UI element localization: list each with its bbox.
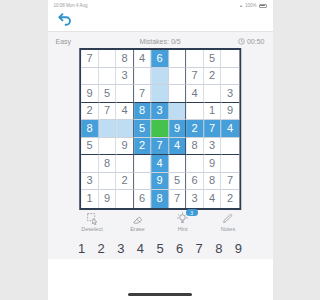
cell-r2c4[interactable]: [134, 68, 152, 86]
cell-r9c2[interactable]: 9: [99, 190, 117, 208]
cell-r7c8[interactable]: 9: [204, 155, 222, 173]
hint-label: Hint: [178, 226, 188, 232]
cell-r5c3[interactable]: [116, 120, 134, 138]
cell-r2c3[interactable]: 3: [116, 68, 134, 86]
cell-r1c7[interactable]: [186, 50, 204, 68]
numpad-1[interactable]: 1: [78, 241, 85, 256]
number-pad: 123456789: [78, 241, 242, 256]
cell-r3c1[interactable]: 9: [81, 85, 99, 103]
mistakes-counter: Mistakes: 0/5: [108, 38, 213, 45]
hint-button[interactable]: 3 Hint: [162, 212, 204, 232]
numpad-2[interactable]: 2: [98, 241, 105, 256]
toolbar: Deselect Erase 3 Hint Notes: [71, 212, 249, 232]
cell-r5c1[interactable]: 8: [81, 120, 99, 138]
cell-r3c9[interactable]: 3: [221, 85, 239, 103]
cell-r3c8[interactable]: [204, 85, 222, 103]
cell-r6c1[interactable]: 5: [81, 138, 99, 156]
numpad-4[interactable]: 4: [137, 241, 144, 256]
cell-r3c2[interactable]: 5: [99, 85, 117, 103]
battery-percent: 100%: [245, 3, 257, 8]
erase-button[interactable]: Erase: [116, 212, 158, 232]
cell-r8c4[interactable]: [134, 173, 152, 191]
cell-r5c8[interactable]: 7: [204, 120, 222, 138]
wifi-icon: ▲: [239, 3, 243, 8]
status-clock: 10:08 Mon 4 Aug: [54, 3, 88, 8]
cell-r3c6[interactable]: [169, 85, 187, 103]
deselect-button[interactable]: Deselect: [71, 212, 113, 232]
cell-r5c9[interactable]: 4: [221, 120, 239, 138]
cell-r7c6[interactable]: [169, 155, 187, 173]
cell-r9c1[interactable]: 1: [81, 190, 99, 208]
cell-r6c7[interactable]: 8: [186, 138, 204, 156]
cell-r1c5[interactable]: 6: [151, 50, 169, 68]
cell-r7c1[interactable]: [81, 155, 99, 173]
cell-r2c2[interactable]: [99, 68, 117, 86]
cell-r6c4[interactable]: 2: [134, 138, 152, 156]
cell-r9c4[interactable]: 6: [134, 190, 152, 208]
cell-r5c7[interactable]: 2: [186, 120, 204, 138]
numpad-5[interactable]: 5: [156, 241, 163, 256]
cell-r7c9[interactable]: [221, 155, 239, 173]
cell-r6c8[interactable]: 3: [204, 138, 222, 156]
cell-r4c9[interactable]: 9: [221, 103, 239, 121]
cell-r9c8[interactable]: 4: [204, 190, 222, 208]
cell-r2c9[interactable]: [221, 68, 239, 86]
cell-r8c3[interactable]: 2: [116, 173, 134, 191]
cell-r4c1[interactable]: 2: [81, 103, 99, 121]
cell-r1c2[interactable]: [99, 50, 117, 68]
cell-r8c5[interactable]: 9: [151, 173, 169, 191]
cell-r5c2[interactable]: [99, 120, 117, 138]
cell-r8c2[interactable]: [99, 173, 117, 191]
cell-r5c6[interactable]: 9: [169, 120, 187, 138]
cell-r8c1[interactable]: 3: [81, 173, 99, 191]
notes-pencil-icon: [221, 212, 234, 225]
cell-r6c9[interactable]: [221, 138, 239, 156]
difficulty-label[interactable]: Easy: [56, 38, 108, 45]
status-bar: 10:08 Mon 4 Aug ▲ 100%: [48, 1, 273, 10]
cell-r2c1[interactable]: [81, 68, 99, 86]
deselect-label: Deselect: [81, 226, 102, 232]
cell-r4c8[interactable]: 1: [204, 103, 222, 121]
cell-r9c6[interactable]: 7: [169, 190, 187, 208]
game-header: Easy Mistakes: 0/5 00:50: [48, 35, 273, 47]
cell-r9c9[interactable]: 2: [221, 190, 239, 208]
cell-r4c6[interactable]: [169, 103, 187, 121]
cell-r2c8[interactable]: 2: [204, 68, 222, 86]
cell-r8c7[interactable]: 6: [186, 173, 204, 191]
cell-r7c5[interactable]: 4: [151, 155, 169, 173]
erase-icon: [131, 212, 144, 225]
cell-r4c5[interactable]: 3: [151, 103, 169, 121]
cell-r8c9[interactable]: 7: [221, 173, 239, 191]
cell-r8c6[interactable]: 5: [169, 173, 187, 191]
cell-r2c6[interactable]: [169, 68, 187, 86]
notes-button[interactable]: Notes: [207, 212, 249, 232]
cell-r7c3[interactable]: [116, 155, 134, 173]
cell-r1c3[interactable]: 8: [116, 50, 134, 68]
cell-r6c2[interactable]: [99, 138, 117, 156]
hint-count-badge: 3: [186, 209, 198, 216]
numpad-8[interactable]: 8: [215, 241, 222, 256]
cell-r4c7[interactable]: [186, 103, 204, 121]
cell-r9c5[interactable]: 8: [151, 190, 169, 208]
cell-r1c8[interactable]: 5: [204, 50, 222, 68]
cell-r7c7[interactable]: [186, 155, 204, 173]
cell-r9c3[interactable]: [116, 190, 134, 208]
cell-r3c7[interactable]: 4: [186, 85, 204, 103]
cell-r1c6[interactable]: [169, 50, 187, 68]
cell-r7c2[interactable]: 8: [99, 155, 117, 173]
cell-r1c4[interactable]: 4: [134, 50, 152, 68]
cell-r2c5[interactable]: [151, 68, 169, 86]
cell-r8c8[interactable]: 8: [204, 173, 222, 191]
numpad-9[interactable]: 9: [235, 241, 242, 256]
cell-r4c2[interactable]: 7: [99, 103, 117, 121]
sudoku-board: 7846537295743274831985927459274838493295…: [79, 48, 241, 210]
undo-arrow-icon: [57, 11, 73, 26]
cell-r2c7[interactable]: 7: [186, 68, 204, 86]
cell-r6c3[interactable]: 9: [116, 138, 134, 156]
deselect-icon: [86, 212, 99, 225]
cell-r5c4[interactable]: 5: [134, 120, 152, 138]
home-indicator[interactable]: [128, 293, 192, 297]
cell-r9c7[interactable]: 3: [186, 190, 204, 208]
notes-label: Notes: [221, 226, 235, 232]
timer-clock-icon: [238, 38, 245, 45]
cell-r1c9[interactable]: [221, 50, 239, 68]
timer-value: 00:50: [247, 38, 265, 45]
cell-r5c5[interactable]: [151, 120, 169, 138]
cell-r3c4[interactable]: 7: [134, 85, 152, 103]
cell-r3c3[interactable]: [116, 85, 134, 103]
cell-r3c5[interactable]: [151, 85, 169, 103]
sudoku-app-screen: 10:08 Mon 4 Aug ▲ 100% Easy Mistakes: 0/…: [48, 0, 273, 300]
cell-r6c6[interactable]: 4: [169, 138, 187, 156]
undo-button[interactable]: [57, 11, 73, 26]
erase-label: Erase: [130, 226, 144, 232]
cell-r4c4[interactable]: 8: [134, 103, 152, 121]
cell-r7c4[interactable]: [134, 155, 152, 173]
cell-r6c5[interactable]: 7: [151, 138, 169, 156]
numpad-3[interactable]: 3: [117, 241, 124, 256]
numpad-6[interactable]: 6: [176, 241, 183, 256]
battery-icon: [259, 4, 267, 8]
numpad-7[interactable]: 7: [196, 241, 203, 256]
cell-r4c3[interactable]: 4: [116, 103, 134, 121]
cell-r1c1[interactable]: 7: [81, 50, 99, 68]
